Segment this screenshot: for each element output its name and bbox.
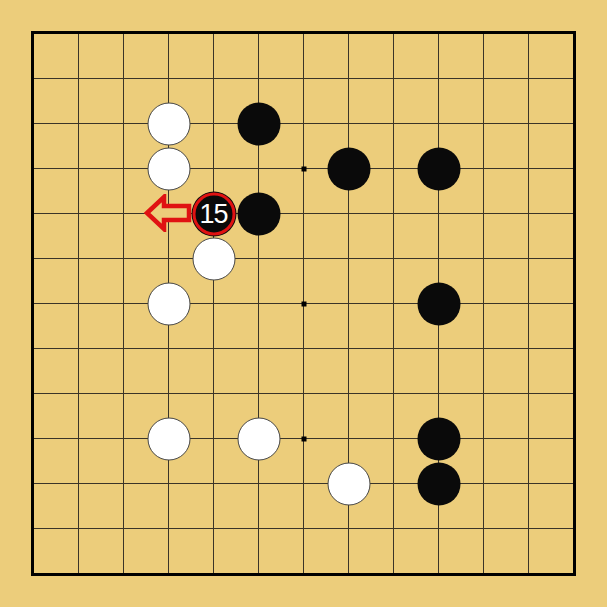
- white-stone: [192, 237, 235, 280]
- black-stone: [327, 147, 370, 190]
- black-stone: [417, 147, 460, 190]
- black-stone: [237, 192, 280, 235]
- move-15-stone: 15: [192, 192, 235, 235]
- white-stone: [147, 417, 190, 460]
- white-stone: [147, 282, 190, 325]
- go-diagram: 15: [0, 0, 607, 607]
- white-stone: [147, 147, 190, 190]
- white-stone: [147, 102, 190, 145]
- move-number-label: 15: [199, 200, 227, 227]
- white-stone: [237, 417, 280, 460]
- black-stone: [417, 417, 460, 460]
- star-point: [301, 166, 306, 171]
- black-stone: [237, 102, 280, 145]
- star-point: [301, 301, 306, 306]
- left-arrow-icon: [143, 194, 193, 232]
- star-point: [301, 436, 306, 441]
- black-stone: [417, 462, 460, 505]
- black-stone: [417, 282, 460, 325]
- white-stone: [327, 462, 370, 505]
